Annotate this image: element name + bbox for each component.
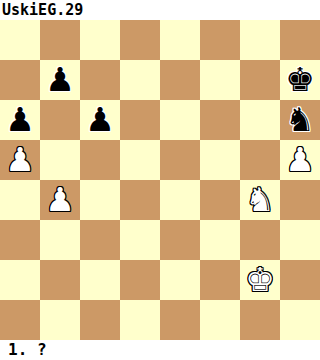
square-c1[interactable]	[80, 300, 120, 340]
square-h6[interactable]: ♞	[280, 100, 320, 140]
square-d7[interactable]	[120, 60, 160, 100]
square-h4[interactable]	[280, 180, 320, 220]
black-king-h7[interactable]: ♚	[280, 60, 320, 100]
square-e3[interactable]	[160, 220, 200, 260]
square-e5[interactable]	[160, 140, 200, 180]
square-g1[interactable]	[240, 300, 280, 340]
square-g7[interactable]	[240, 60, 280, 100]
square-h8[interactable]	[280, 20, 320, 60]
square-e7[interactable]	[160, 60, 200, 100]
square-f3[interactable]	[200, 220, 240, 260]
square-d3[interactable]	[120, 220, 160, 260]
square-b8[interactable]	[40, 20, 80, 60]
square-b7[interactable]: ♟	[40, 60, 80, 100]
square-h1[interactable]	[280, 300, 320, 340]
square-c2[interactable]	[80, 260, 120, 300]
square-f4[interactable]	[200, 180, 240, 220]
square-d8[interactable]	[120, 20, 160, 60]
square-e6[interactable]	[160, 100, 200, 140]
square-h7[interactable]: ♚	[280, 60, 320, 100]
square-d6[interactable]	[120, 100, 160, 140]
square-g2[interactable]: ♚	[240, 260, 280, 300]
square-e2[interactable]	[160, 260, 200, 300]
square-a3[interactable]	[0, 220, 40, 260]
white-pawn-h5[interactable]: ♟	[280, 140, 320, 180]
black-pawn-c6[interactable]: ♟	[80, 100, 120, 140]
square-d5[interactable]	[120, 140, 160, 180]
chess-diagram: UskiEG.29 ♟♚♟♟♞♟♟♟♞♚ 1. ?	[0, 0, 320, 360]
white-king-g2[interactable]: ♚	[240, 260, 280, 300]
square-c6[interactable]: ♟	[80, 100, 120, 140]
diagram-footer: 1. ?	[0, 340, 320, 360]
square-h5[interactable]: ♟	[280, 140, 320, 180]
square-a7[interactable]	[0, 60, 40, 100]
square-e4[interactable]	[160, 180, 200, 220]
square-g5[interactable]	[240, 140, 280, 180]
white-knight-g4[interactable]: ♞	[240, 180, 280, 220]
square-g6[interactable]	[240, 100, 280, 140]
square-c4[interactable]	[80, 180, 120, 220]
square-d2[interactable]	[120, 260, 160, 300]
square-f1[interactable]	[200, 300, 240, 340]
square-g8[interactable]	[240, 20, 280, 60]
square-b3[interactable]	[40, 220, 80, 260]
black-pawn-b7[interactable]: ♟	[40, 60, 80, 100]
square-c7[interactable]	[80, 60, 120, 100]
square-c8[interactable]	[80, 20, 120, 60]
square-b1[interactable]	[40, 300, 80, 340]
diagram-header: UskiEG.29	[0, 0, 320, 20]
square-g3[interactable]	[240, 220, 280, 260]
square-c3[interactable]	[80, 220, 120, 260]
square-f8[interactable]	[200, 20, 240, 60]
square-f5[interactable]	[200, 140, 240, 180]
square-f6[interactable]	[200, 100, 240, 140]
square-b4[interactable]: ♟	[40, 180, 80, 220]
square-a6[interactable]: ♟	[0, 100, 40, 140]
white-pawn-a5[interactable]: ♟	[0, 140, 40, 180]
chess-board: ♟♚♟♟♞♟♟♟♞♚	[0, 20, 320, 340]
square-d1[interactable]	[120, 300, 160, 340]
square-a5[interactable]: ♟	[0, 140, 40, 180]
square-b5[interactable]	[40, 140, 80, 180]
square-c5[interactable]	[80, 140, 120, 180]
square-b6[interactable]	[40, 100, 80, 140]
square-a4[interactable]	[0, 180, 40, 220]
square-d4[interactable]	[120, 180, 160, 220]
square-a8[interactable]	[0, 20, 40, 60]
black-pawn-a6[interactable]: ♟	[0, 100, 40, 140]
diagram-title: UskiEG.29	[2, 0, 83, 20]
square-h2[interactable]	[280, 260, 320, 300]
square-g4[interactable]: ♞	[240, 180, 280, 220]
square-h3[interactable]	[280, 220, 320, 260]
square-a2[interactable]	[0, 260, 40, 300]
white-pawn-b4[interactable]: ♟	[40, 180, 80, 220]
square-b2[interactable]	[40, 260, 80, 300]
square-f7[interactable]	[200, 60, 240, 100]
black-knight-h6[interactable]: ♞	[280, 100, 320, 140]
move-prompt: 1. ?	[8, 340, 47, 360]
square-e8[interactable]	[160, 20, 200, 60]
square-a1[interactable]	[0, 300, 40, 340]
square-e1[interactable]	[160, 300, 200, 340]
square-f2[interactable]	[200, 260, 240, 300]
